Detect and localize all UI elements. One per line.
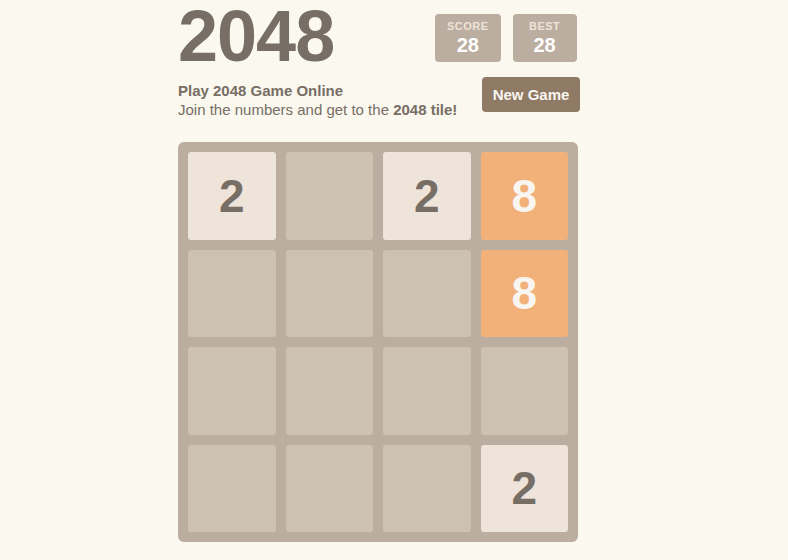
score-value: 28 [457, 33, 479, 57]
tile-2: 2 [188, 152, 276, 240]
empty-cell [286, 347, 374, 435]
score-box: SCORE 28 [435, 14, 501, 62]
empty-cell [188, 347, 276, 435]
tile-2: 2 [383, 152, 471, 240]
empty-cell [286, 445, 374, 533]
empty-cell [383, 347, 471, 435]
empty-cell [481, 347, 569, 435]
tagline-bold: 2048 tile! [393, 101, 457, 118]
page-title: 2048 [178, 6, 334, 66]
tagline-text: Join the numbers and get to the [178, 101, 393, 118]
best-label: BEST [529, 20, 560, 33]
empty-cell [383, 445, 471, 533]
best-box: BEST 28 [513, 14, 577, 62]
tagline: Join the numbers and get to the 2048 til… [178, 100, 457, 119]
empty-cell [383, 250, 471, 338]
empty-cell [286, 152, 374, 240]
score-label: SCORE [447, 20, 489, 33]
game-board[interactable]: 22882 [178, 142, 578, 542]
empty-cell [188, 250, 276, 338]
empty-cell [286, 250, 374, 338]
tile-8: 8 [481, 152, 569, 240]
page-subtitle: Play 2048 Game Online [178, 81, 343, 100]
best-value: 28 [534, 33, 556, 57]
score-panel: SCORE 28 BEST 28 [435, 14, 577, 62]
tile-8: 8 [481, 250, 569, 338]
new-game-button[interactable]: New Game [482, 77, 580, 112]
empty-cell [188, 445, 276, 533]
tile-2: 2 [481, 445, 569, 533]
page: 2048 SCORE 28 BEST 28 Play 2048 Game Onl… [0, 0, 788, 560]
